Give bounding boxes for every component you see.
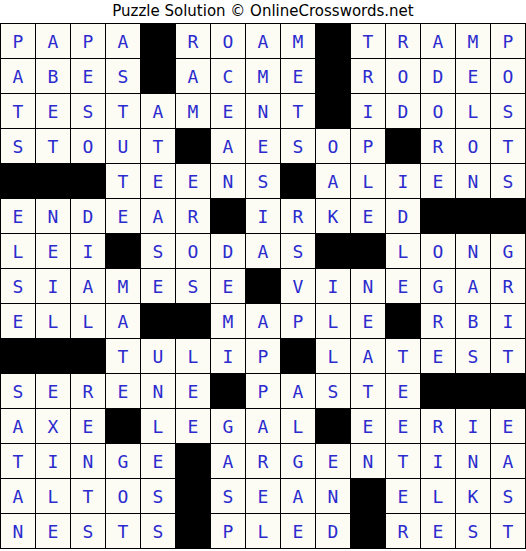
block-cell — [421, 199, 456, 234]
letter-cell: S — [456, 339, 491, 374]
letter-cell: A — [211, 444, 246, 479]
letter-cell: S — [491, 479, 526, 514]
block-cell — [281, 339, 316, 374]
letter-cell: A — [246, 234, 281, 269]
letter-cell: S — [211, 479, 246, 514]
letter-cell: E — [316, 444, 351, 479]
letter-cell: A — [456, 269, 491, 304]
letter-cell: O — [176, 234, 211, 269]
letter-cell: S — [316, 374, 351, 409]
letter-cell: U — [106, 129, 141, 164]
letter-cell: S — [1, 374, 36, 409]
letter-cell: T — [106, 164, 141, 199]
letter-cell: E — [281, 59, 316, 94]
letter-cell: P — [351, 129, 386, 164]
letter-cell: D — [386, 199, 421, 234]
puzzle-solution-page: Puzzle Solution © OnlineCrosswords.net P… — [0, 0, 526, 551]
letter-cell: E — [141, 164, 176, 199]
letter-cell: R — [421, 409, 456, 444]
block-cell — [456, 199, 491, 234]
letter-cell: L — [456, 94, 491, 129]
letter-cell: C — [211, 59, 246, 94]
letter-cell: A — [281, 374, 316, 409]
letter-cell: S — [456, 514, 491, 549]
letter-cell: K — [456, 479, 491, 514]
block-cell — [176, 129, 211, 164]
letter-cell: A — [141, 199, 176, 234]
letter-cell: T — [491, 339, 526, 374]
letter-cell: R — [386, 514, 421, 549]
letter-cell: T — [1, 444, 36, 479]
block-cell — [71, 164, 106, 199]
letter-cell: N — [141, 374, 176, 409]
letter-cell: L — [71, 304, 106, 339]
letter-cell: I — [386, 164, 421, 199]
page-title: Puzzle Solution © OnlineCrosswords.net — [0, 0, 526, 23]
letter-cell: R — [71, 374, 106, 409]
letter-cell: K — [316, 199, 351, 234]
letter-cell: T — [36, 129, 71, 164]
crossword-grid: PAPAROAMTRAMPABESACMERODEOTESTAMENTIDOLS… — [0, 23, 526, 549]
block-cell — [351, 514, 386, 549]
letter-cell: T — [281, 94, 316, 129]
letter-cell: A — [106, 24, 141, 59]
letter-cell: A — [1, 409, 36, 444]
letter-cell: P — [491, 24, 526, 59]
letter-cell: S — [1, 129, 36, 164]
letter-cell: I — [456, 409, 491, 444]
block-cell — [106, 409, 141, 444]
letter-cell: O — [386, 59, 421, 94]
letter-cell: D — [421, 59, 456, 94]
letter-cell: N — [351, 444, 386, 479]
letter-cell: A — [106, 304, 141, 339]
letter-cell: P — [211, 514, 246, 549]
letter-cell: E — [491, 409, 526, 444]
block-cell — [316, 409, 351, 444]
block-cell — [456, 374, 491, 409]
letter-cell: O — [211, 24, 246, 59]
letter-cell: E — [421, 164, 456, 199]
letter-cell: S — [71, 94, 106, 129]
letter-cell: E — [36, 374, 71, 409]
letter-cell: M — [176, 94, 211, 129]
letter-cell: A — [1, 59, 36, 94]
letter-cell: O — [421, 94, 456, 129]
block-cell — [351, 479, 386, 514]
letter-cell: S — [491, 94, 526, 129]
letter-cell: R — [386, 24, 421, 59]
block-cell — [316, 59, 351, 94]
letter-cell: G — [491, 234, 526, 269]
letter-cell: P — [1, 24, 36, 59]
letter-cell: A — [141, 94, 176, 129]
letter-cell: T — [71, 479, 106, 514]
block-cell — [351, 234, 386, 269]
letter-cell: B — [36, 59, 71, 94]
letter-cell: T — [351, 24, 386, 59]
letter-cell: E — [106, 374, 141, 409]
letter-cell: R — [421, 129, 456, 164]
letter-cell: M — [106, 269, 141, 304]
letter-cell: I — [211, 339, 246, 374]
letter-cell: L — [1, 234, 36, 269]
letter-cell: L — [176, 339, 211, 374]
block-cell — [36, 164, 71, 199]
letter-cell: L — [386, 234, 421, 269]
letter-cell: T — [491, 129, 526, 164]
letter-cell: I — [491, 304, 526, 339]
block-cell — [211, 374, 246, 409]
letter-cell: R — [421, 304, 456, 339]
letter-cell: N — [36, 199, 71, 234]
letter-cell: X — [36, 409, 71, 444]
letter-cell: T — [106, 339, 141, 374]
letter-cell: L — [281, 409, 316, 444]
letter-cell: L — [141, 409, 176, 444]
block-cell — [141, 304, 176, 339]
letter-cell: O — [106, 479, 141, 514]
letter-cell: P — [281, 304, 316, 339]
letter-cell: E — [71, 409, 106, 444]
letter-cell: L — [36, 479, 71, 514]
block-cell — [71, 339, 106, 374]
block-cell — [176, 479, 211, 514]
letter-cell: T — [106, 514, 141, 549]
letter-cell: A — [1, 479, 36, 514]
letter-cell: N — [246, 94, 281, 129]
letter-cell: L — [316, 304, 351, 339]
letter-cell: A — [281, 479, 316, 514]
letter-cell: G — [281, 444, 316, 479]
letter-cell: R — [351, 59, 386, 94]
letter-cell: E — [386, 374, 421, 409]
letter-cell: A — [351, 339, 386, 374]
letter-cell: N — [1, 514, 36, 549]
letter-cell: E — [246, 479, 281, 514]
letter-cell: R — [246, 444, 281, 479]
letter-cell: E — [106, 199, 141, 234]
letter-cell: G — [211, 409, 246, 444]
letter-cell: E — [71, 59, 106, 94]
block-cell — [36, 339, 71, 374]
block-cell — [491, 199, 526, 234]
letter-cell: O — [71, 129, 106, 164]
block-cell — [491, 374, 526, 409]
letter-cell: S — [176, 269, 211, 304]
letter-cell: S — [1, 269, 36, 304]
letter-cell: I — [246, 199, 281, 234]
letter-cell: A — [316, 164, 351, 199]
block-cell — [421, 374, 456, 409]
letter-cell: E — [1, 304, 36, 339]
letter-cell: M — [211, 304, 246, 339]
letter-cell: E — [351, 409, 386, 444]
letter-cell: R — [491, 269, 526, 304]
letter-cell: M — [246, 59, 281, 94]
letter-cell: E — [176, 409, 211, 444]
letter-cell: I — [351, 94, 386, 129]
letter-cell: T — [1, 94, 36, 129]
letter-cell: E — [456, 59, 491, 94]
block-cell — [141, 59, 176, 94]
letter-cell: I — [36, 269, 71, 304]
letter-cell: E — [36, 514, 71, 549]
letter-cell: E — [246, 129, 281, 164]
letter-cell: T — [491, 514, 526, 549]
letter-cell: E — [421, 514, 456, 549]
letter-cell: A — [421, 24, 456, 59]
letter-cell: A — [491, 444, 526, 479]
letter-cell: M — [456, 24, 491, 59]
letter-cell: E — [386, 269, 421, 304]
block-cell — [316, 94, 351, 129]
letter-cell: N — [211, 164, 246, 199]
letter-cell: R — [281, 199, 316, 234]
block-cell — [141, 24, 176, 59]
letter-cell: N — [316, 479, 351, 514]
letter-cell: E — [141, 444, 176, 479]
letter-cell: I — [316, 269, 351, 304]
letter-cell: V — [281, 269, 316, 304]
block-cell — [1, 164, 36, 199]
block-cell — [106, 234, 141, 269]
letter-cell: A — [36, 24, 71, 59]
letter-cell: A — [246, 304, 281, 339]
letter-cell: P — [246, 339, 281, 374]
letter-cell: U — [141, 339, 176, 374]
letter-cell: A — [71, 269, 106, 304]
letter-cell: E — [36, 94, 71, 129]
letter-cell: S — [71, 514, 106, 549]
letter-cell: D — [316, 514, 351, 549]
letter-cell: S — [246, 164, 281, 199]
letter-cell: L — [351, 164, 386, 199]
letter-cell: I — [71, 234, 106, 269]
letter-cell: E — [1, 199, 36, 234]
block-cell — [386, 129, 421, 164]
block-cell — [211, 199, 246, 234]
letter-cell: D — [386, 94, 421, 129]
block-cell — [316, 24, 351, 59]
letter-cell: L — [36, 304, 71, 339]
letter-cell: E — [211, 94, 246, 129]
block-cell — [316, 234, 351, 269]
letter-cell: D — [211, 234, 246, 269]
letter-cell: O — [421, 234, 456, 269]
letter-cell: N — [456, 444, 491, 479]
letter-cell: S — [141, 479, 176, 514]
letter-cell: G — [106, 444, 141, 479]
letter-cell: O — [456, 129, 491, 164]
letter-cell: E — [176, 164, 211, 199]
letter-cell: E — [386, 409, 421, 444]
block-cell — [176, 444, 211, 479]
letter-cell: R — [176, 199, 211, 234]
letter-cell: A — [246, 24, 281, 59]
letter-cell: N — [456, 164, 491, 199]
letter-cell: E — [281, 514, 316, 549]
block-cell — [1, 339, 36, 374]
letter-cell: L — [421, 479, 456, 514]
letter-cell: M — [281, 24, 316, 59]
letter-cell: I — [36, 444, 71, 479]
block-cell — [176, 514, 211, 549]
letter-cell: E — [351, 199, 386, 234]
block-cell — [386, 304, 421, 339]
letter-cell: E — [141, 269, 176, 304]
letter-cell: S — [141, 234, 176, 269]
letter-cell: A — [246, 409, 281, 444]
letter-cell: S — [281, 234, 316, 269]
letter-cell: E — [211, 269, 246, 304]
letter-cell: N — [71, 444, 106, 479]
letter-cell: O — [316, 129, 351, 164]
letter-cell: P — [246, 374, 281, 409]
letter-cell: I — [421, 444, 456, 479]
letter-cell: S — [281, 129, 316, 164]
letter-cell: D — [71, 199, 106, 234]
letter-cell: T — [106, 94, 141, 129]
letter-cell: T — [141, 129, 176, 164]
block-cell — [246, 269, 281, 304]
letter-cell: S — [106, 59, 141, 94]
letter-cell: N — [351, 269, 386, 304]
letter-cell: R — [176, 24, 211, 59]
letter-cell: N — [456, 234, 491, 269]
letter-cell: T — [351, 374, 386, 409]
block-cell — [176, 304, 211, 339]
letter-cell: T — [386, 339, 421, 374]
letter-cell: P — [71, 24, 106, 59]
letter-cell: E — [421, 339, 456, 374]
letter-cell: S — [141, 514, 176, 549]
letter-cell: L — [246, 514, 281, 549]
letter-cell: O — [491, 59, 526, 94]
block-cell — [281, 164, 316, 199]
letter-cell: E — [386, 479, 421, 514]
letter-cell: E — [176, 374, 211, 409]
letter-cell: G — [421, 269, 456, 304]
letter-cell: T — [386, 444, 421, 479]
letter-cell: B — [456, 304, 491, 339]
letter-cell: L — [316, 339, 351, 374]
letter-cell: E — [36, 234, 71, 269]
letter-cell: S — [491, 164, 526, 199]
letter-cell: A — [176, 59, 211, 94]
letter-cell: A — [211, 129, 246, 164]
letter-cell: E — [351, 304, 386, 339]
